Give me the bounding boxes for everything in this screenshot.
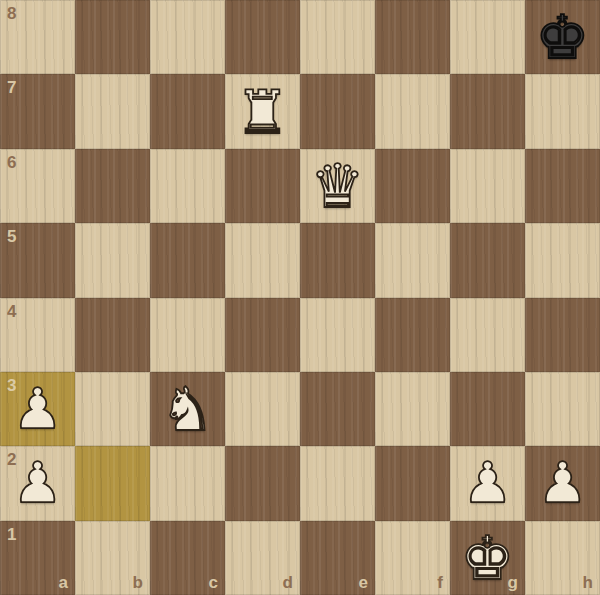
square-d2[interactable] <box>225 446 300 520</box>
piece-black-king-h8[interactable]: ♚ <box>525 0 600 74</box>
piece-white-pawn-g2[interactable]: ♟ <box>450 446 525 520</box>
chess-board: 8♚7♜6♛543♟♞2♟♟♟1abcdefg♚h <box>0 0 600 595</box>
square-d7[interactable]: ♜ <box>225 74 300 148</box>
rank-label-6: 6 <box>7 154 16 171</box>
file-label-f: f <box>437 574 443 591</box>
square-a8[interactable]: 8 <box>0 0 75 74</box>
piece-white-king-g1[interactable]: ♚ <box>450 521 525 595</box>
square-c2[interactable] <box>150 446 225 520</box>
rank-label-5: 5 <box>7 228 16 245</box>
rank-label-7: 7 <box>7 79 16 96</box>
file-label-b: b <box>133 574 143 591</box>
square-g5[interactable] <box>450 223 525 297</box>
square-h7[interactable] <box>525 74 600 148</box>
square-h3[interactable] <box>525 372 600 446</box>
rank-label-4: 4 <box>7 303 16 320</box>
piece-white-pawn-a3[interactable]: ♟ <box>0 372 75 446</box>
square-a6[interactable]: 6 <box>0 149 75 223</box>
file-label-d: d <box>283 574 293 591</box>
square-e2[interactable] <box>300 446 375 520</box>
square-f8[interactable] <box>375 0 450 74</box>
square-h2[interactable]: ♟ <box>525 446 600 520</box>
square-g6[interactable] <box>450 149 525 223</box>
square-d6[interactable] <box>225 149 300 223</box>
square-c6[interactable] <box>150 149 225 223</box>
square-e8[interactable] <box>300 0 375 74</box>
square-e7[interactable] <box>300 74 375 148</box>
piece-white-pawn-a2[interactable]: ♟ <box>0 446 75 520</box>
square-a5[interactable]: 5 <box>0 223 75 297</box>
square-h8[interactable]: ♚ <box>525 0 600 74</box>
square-g7[interactable] <box>450 74 525 148</box>
square-c3[interactable]: ♞ <box>150 372 225 446</box>
square-e4[interactable] <box>300 298 375 372</box>
square-f2[interactable] <box>375 446 450 520</box>
square-c5[interactable] <box>150 223 225 297</box>
square-h1[interactable]: h <box>525 521 600 595</box>
file-label-h: h <box>583 574 593 591</box>
square-f1[interactable]: f <box>375 521 450 595</box>
square-c1[interactable]: c <box>150 521 225 595</box>
square-a2[interactable]: 2♟ <box>0 446 75 520</box>
square-b2[interactable] <box>75 446 150 520</box>
square-g4[interactable] <box>450 298 525 372</box>
square-a4[interactable]: 4 <box>0 298 75 372</box>
rank-label-1: 1 <box>7 526 16 543</box>
square-b5[interactable] <box>75 223 150 297</box>
square-h6[interactable] <box>525 149 600 223</box>
square-g8[interactable] <box>450 0 525 74</box>
square-g1[interactable]: g♚ <box>450 521 525 595</box>
square-a7[interactable]: 7 <box>0 74 75 148</box>
square-f7[interactable] <box>375 74 450 148</box>
square-h4[interactable] <box>525 298 600 372</box>
square-f6[interactable] <box>375 149 450 223</box>
square-g2[interactable]: ♟ <box>450 446 525 520</box>
square-b1[interactable]: b <box>75 521 150 595</box>
file-label-a: a <box>59 574 68 591</box>
square-g3[interactable] <box>450 372 525 446</box>
square-h5[interactable] <box>525 223 600 297</box>
square-b7[interactable] <box>75 74 150 148</box>
square-f5[interactable] <box>375 223 450 297</box>
square-c4[interactable] <box>150 298 225 372</box>
square-e5[interactable] <box>300 223 375 297</box>
square-a3[interactable]: 3♟ <box>0 372 75 446</box>
square-b8[interactable] <box>75 0 150 74</box>
square-e6[interactable]: ♛ <box>300 149 375 223</box>
square-d5[interactable] <box>225 223 300 297</box>
square-a1[interactable]: 1a <box>0 521 75 595</box>
square-f3[interactable] <box>375 372 450 446</box>
square-f4[interactable] <box>375 298 450 372</box>
square-b3[interactable] <box>75 372 150 446</box>
square-d1[interactable]: d <box>225 521 300 595</box>
rank-label-8: 8 <box>7 5 16 22</box>
piece-white-knight-c3[interactable]: ♞ <box>150 372 225 446</box>
file-label-c: c <box>209 574 218 591</box>
square-e3[interactable] <box>300 372 375 446</box>
square-d3[interactable] <box>225 372 300 446</box>
square-d8[interactable] <box>225 0 300 74</box>
square-c7[interactable] <box>150 74 225 148</box>
piece-white-pawn-h2[interactable]: ♟ <box>525 446 600 520</box>
square-b6[interactable] <box>75 149 150 223</box>
square-b4[interactable] <box>75 298 150 372</box>
square-d4[interactable] <box>225 298 300 372</box>
piece-white-rook-d7[interactable]: ♜ <box>225 74 300 148</box>
square-e1[interactable]: e <box>300 521 375 595</box>
file-label-e: e <box>359 574 368 591</box>
square-c8[interactable] <box>150 0 225 74</box>
piece-white-queen-e6[interactable]: ♛ <box>300 149 375 223</box>
